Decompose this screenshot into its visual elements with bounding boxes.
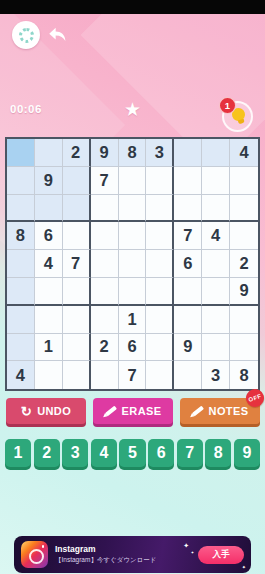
notes-label: NOTES — [209, 405, 249, 417]
sudoku-app-screen: 00:06 ★ 1 2983497867447629112694738 ↻ UN… — [0, 0, 265, 574]
numpad-key-6[interactable]: 6 — [148, 439, 174, 467]
numpad-key-8[interactable]: 8 — [205, 439, 231, 467]
sudoku-cell-r7c8[interactable] — [202, 306, 230, 334]
undo-label: UNDO — [37, 405, 71, 417]
sudoku-cell-r9c2[interactable] — [35, 361, 63, 389]
sudoku-cell-r9c7[interactable] — [174, 361, 202, 389]
sudoku-cell-r5c9[interactable]: 2 — [230, 250, 258, 278]
ad-subtitle: 【Instagram】今すぐダウンロード — [55, 556, 156, 565]
sudoku-cell-r8c9[interactable] — [230, 334, 258, 362]
sudoku-cell-r6c1[interactable] — [7, 278, 35, 306]
numpad-key-7[interactable]: 7 — [177, 439, 203, 467]
sudoku-cell-r9c4[interactable] — [91, 361, 119, 389]
sudoku-cell-r4c4[interactable] — [91, 222, 119, 250]
eraser-icon — [105, 406, 117, 417]
sudoku-cell-r9c8[interactable]: 3 — [202, 361, 230, 389]
sudoku-cell-r8c5[interactable]: 6 — [119, 334, 147, 362]
back-arrow-icon — [46, 32, 69, 49]
sudoku-cell-r1c5[interactable]: 8 — [119, 139, 147, 167]
sudoku-cell-r8c7[interactable]: 9 — [174, 334, 202, 362]
status-bar — [0, 0, 265, 14]
sudoku-cell-r6c4[interactable] — [91, 278, 119, 306]
sudoku-cell-r3c9[interactable] — [230, 195, 258, 223]
undo-button[interactable]: ↻ UNDO — [6, 398, 86, 424]
sudoku-cell-r9c5[interactable]: 7 — [119, 361, 147, 389]
sudoku-cell-r7c2[interactable] — [35, 306, 63, 334]
hint-button[interactable]: 1 — [222, 101, 253, 132]
undo-icon: ↻ — [21, 405, 32, 418]
sudoku-cell-r5c8[interactable] — [202, 250, 230, 278]
sudoku-cell-r2c8[interactable] — [202, 167, 230, 195]
sudoku-cell-r4c5[interactable] — [119, 222, 147, 250]
sudoku-cell-r1c9[interactable]: 4 — [230, 139, 258, 167]
sudoku-cell-r3c7[interactable] — [174, 195, 202, 223]
pencil-icon — [192, 406, 204, 417]
sudoku-cell-r3c2[interactable] — [35, 195, 63, 223]
sudoku-cell-r6c8[interactable] — [202, 278, 230, 306]
sudoku-cell-r6c2[interactable] — [35, 278, 63, 306]
sudoku-cell-r2c4[interactable]: 7 — [91, 167, 119, 195]
sudoku-cell-r4c9[interactable] — [230, 222, 258, 250]
sudoku-cell-r4c6[interactable] — [146, 222, 174, 250]
sudoku-cell-r7c6[interactable] — [146, 306, 174, 334]
sudoku-cell-r5c5[interactable] — [119, 250, 147, 278]
ad-text: Instagram 【Instagram】今すぐダウンロード — [55, 544, 156, 566]
sudoku-cell-r8c2[interactable]: 1 — [35, 334, 63, 362]
sudoku-cell-r4c7[interactable]: 7 — [174, 222, 202, 250]
sudoku-cell-r1c1[interactable] — [7, 139, 35, 167]
sudoku-cell-r7c1[interactable] — [7, 306, 35, 334]
numpad-key-2[interactable]: 2 — [34, 439, 60, 467]
sudoku-cell-r2c2[interactable]: 9 — [35, 167, 63, 195]
hint-count-badge: 1 — [219, 97, 236, 114]
sudoku-cell-r1c7[interactable] — [174, 139, 202, 167]
sudoku-cell-r8c8[interactable] — [202, 334, 230, 362]
instagram-app-icon — [21, 541, 48, 568]
sudoku-cell-r4c8[interactable]: 4 — [202, 222, 230, 250]
sudoku-cell-r3c6[interactable] — [146, 195, 174, 223]
sudoku-cell-r6c5[interactable] — [119, 278, 147, 306]
sudoku-cell-r2c6[interactable] — [146, 167, 174, 195]
sudoku-cell-r7c7[interactable] — [174, 306, 202, 334]
erase-button[interactable]: ERASE — [93, 398, 173, 424]
sudoku-cell-r7c9[interactable] — [230, 306, 258, 334]
sudoku-cell-r9c3[interactable] — [63, 361, 91, 389]
sudoku-cell-r9c1[interactable]: 4 — [7, 361, 35, 389]
sudoku-cell-r2c1[interactable] — [7, 167, 35, 195]
sudoku-cell-r5c6[interactable] — [146, 250, 174, 278]
sudoku-cell-r9c9[interactable]: 8 — [230, 361, 258, 389]
avatar-button[interactable] — [12, 21, 40, 49]
sudoku-cell-r9c6[interactable] — [146, 361, 174, 389]
erase-label: ERASE — [122, 405, 162, 417]
sparkle-icon: ✦ — [242, 564, 246, 570]
sudoku-cell-r2c9[interactable] — [230, 167, 258, 195]
ad-banner[interactable]: Instagram 【Instagram】今すぐダウンロード 入手 ✦ ✦ ✦ — [14, 536, 251, 573]
sudoku-cell-r7c5[interactable]: 1 — [119, 306, 147, 334]
ad-install-button[interactable]: 入手 — [198, 546, 244, 564]
sudoku-cell-r4c2[interactable]: 6 — [35, 222, 63, 250]
sudoku-cell-r7c4[interactable] — [91, 306, 119, 334]
numpad-key-4[interactable]: 4 — [91, 439, 117, 467]
number-pad: 123456789 — [5, 439, 260, 467]
sudoku-cell-r8c6[interactable] — [146, 334, 174, 362]
sudoku-cell-r3c4[interactable] — [91, 195, 119, 223]
sudoku-cell-r4c3[interactable] — [63, 222, 91, 250]
sudoku-cell-r8c4[interactable]: 2 — [91, 334, 119, 362]
numpad-key-1[interactable]: 1 — [5, 439, 31, 467]
sudoku-cell-r8c3[interactable] — [63, 334, 91, 362]
toolbar: ↻ UNDO ERASE NOTES OFF — [6, 398, 260, 424]
sudoku-cell-r5c7[interactable]: 6 — [174, 250, 202, 278]
sudoku-cell-r1c4[interactable]: 9 — [91, 139, 119, 167]
sudoku-cell-r8c1[interactable] — [7, 334, 35, 362]
ad-app-name: Instagram — [55, 544, 156, 554]
numpad-key-3[interactable]: 3 — [62, 439, 88, 467]
numpad-key-5[interactable]: 5 — [119, 439, 145, 467]
sparkle-icon: ✦ — [191, 550, 194, 555]
sudoku-cell-r6c6[interactable] — [146, 278, 174, 306]
numpad-key-9[interactable]: 9 — [234, 439, 260, 467]
sudoku-cell-r6c7[interactable] — [174, 278, 202, 306]
sudoku-cell-r3c8[interactable] — [202, 195, 230, 223]
sudoku-cell-r5c2[interactable]: 4 — [35, 250, 63, 278]
sparkle-icon: ✦ — [183, 542, 189, 550]
sudoku-cell-r1c6[interactable]: 3 — [146, 139, 174, 167]
sudoku-cell-r5c1[interactable] — [7, 250, 35, 278]
sudoku-board: 2983497867447629112694738 — [5, 137, 260, 391]
sudoku-cell-r2c3[interactable] — [63, 167, 91, 195]
sudoku-cell-r7c3[interactable] — [63, 306, 91, 334]
sudoku-cell-r2c5[interactable] — [119, 167, 147, 195]
sudoku-cell-r6c9[interactable]: 9 — [230, 278, 258, 306]
sudoku-cell-r1c3[interactable]: 2 — [63, 139, 91, 167]
sudoku-cell-r4c1[interactable]: 8 — [7, 222, 35, 250]
sudoku-cell-r3c5[interactable] — [119, 195, 147, 223]
sudoku-cell-r2c7[interactable] — [174, 167, 202, 195]
sudoku-cell-r3c3[interactable] — [63, 195, 91, 223]
avatar-ring-icon — [19, 28, 34, 43]
notes-button[interactable]: NOTES OFF — [180, 398, 260, 424]
sudoku-cell-r5c3[interactable]: 7 — [63, 250, 91, 278]
sudoku-cell-r1c2[interactable] — [35, 139, 63, 167]
sudoku-cell-r5c4[interactable] — [91, 250, 119, 278]
sudoku-cell-r3c1[interactable] — [7, 195, 35, 223]
sudoku-cell-r1c8[interactable] — [202, 139, 230, 167]
sudoku-cell-r6c3[interactable] — [63, 278, 91, 306]
back-button[interactable] — [46, 24, 69, 46]
